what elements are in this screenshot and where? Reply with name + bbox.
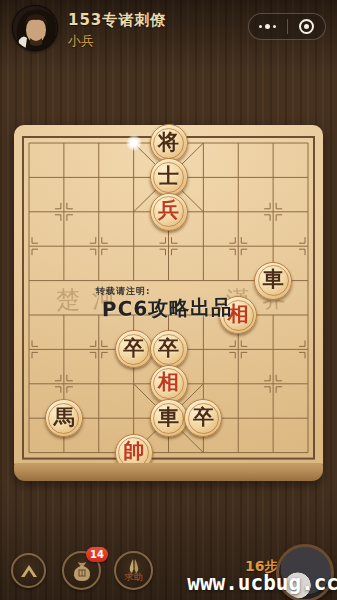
piece-black-general[interactable]: 将: [150, 124, 188, 162]
difficulty-label: 小兵: [68, 32, 94, 50]
miniprogram-capsule: [248, 13, 326, 40]
piece-red-elephant[interactable]: 相: [150, 365, 188, 403]
bag-count-badge: 14: [86, 547, 108, 562]
target-icon: [299, 19, 314, 34]
piece-char: 車: [263, 269, 284, 290]
top-bar: 153专诸刺僚 小兵: [0, 0, 337, 56]
board-edge: [14, 463, 323, 481]
board-surface: 楚河 漢界 将士兵車相卒卒相馬車卒帥 转载请注明: PC6攻略出品: [14, 125, 323, 465]
help-button[interactable]: 求助: [114, 551, 153, 590]
last-move-marker: [126, 135, 142, 151]
piece-black-soldier[interactable]: 卒: [115, 330, 153, 368]
piece-red-soldier[interactable]: 兵: [150, 193, 188, 231]
piece-char: 帥: [123, 441, 144, 462]
piece-char: 将: [158, 132, 179, 153]
watermark-brand: PC6攻略出品: [102, 294, 233, 323]
piece-black-horse[interactable]: 馬: [45, 399, 83, 437]
piece-black-chariot[interactable]: 車: [254, 262, 292, 300]
piece-char: 士: [158, 166, 179, 187]
level-title: 153专诸刺僚: [68, 11, 166, 30]
piece-black-chariot[interactable]: 車: [150, 399, 188, 437]
portrait-icon: [13, 6, 58, 51]
close-button[interactable]: [288, 14, 326, 39]
watermark-site: www.ucbug.cc: [187, 571, 337, 595]
more-button[interactable]: [249, 14, 287, 39]
piece-char: 卒: [158, 338, 179, 359]
piece-char: 相: [158, 372, 179, 393]
piece-char: 卒: [193, 407, 214, 428]
piece-char: 車: [158, 407, 179, 428]
piece-black-advisor[interactable]: 士: [150, 158, 188, 196]
player-avatar[interactable]: [12, 5, 58, 51]
more-icon: [259, 24, 276, 29]
app-screen: 153专诸刺僚 小兵 楚河 漢界 将士兵車相卒卒相馬車卒帥 转载请注明: PC6…: [0, 0, 337, 600]
piece-char: 兵: [158, 200, 179, 221]
piece-char: 馬: [53, 407, 74, 428]
piece-black-soldier[interactable]: 卒: [150, 330, 188, 368]
piece-char: 卒: [123, 338, 144, 359]
expand-button[interactable]: [11, 553, 46, 588]
help-label: 求助: [125, 571, 143, 584]
xiangqi-board[interactable]: 楚河 漢界 将士兵車相卒卒相馬車卒帥 转载请注明: PC6攻略出品: [14, 125, 323, 481]
chevron-up-icon: [17, 559, 41, 583]
